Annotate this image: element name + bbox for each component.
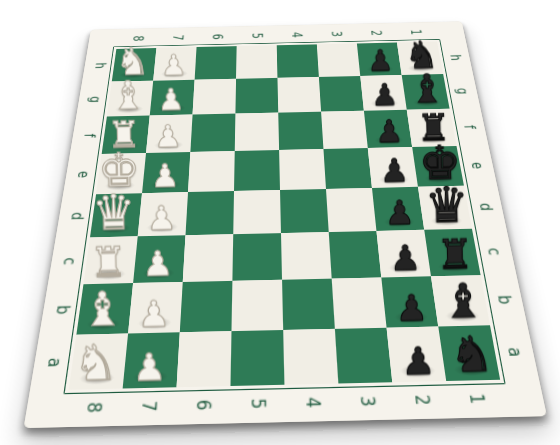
square-d5[interactable] xyxy=(233,190,281,234)
label-text: g xyxy=(87,96,102,103)
label-text: b xyxy=(53,305,71,315)
square-g6[interactable] xyxy=(193,79,236,115)
square-b1[interactable]: ♝ xyxy=(431,275,490,326)
label-text: c xyxy=(61,257,78,265)
piece-white-rook[interactable]: ♜ xyxy=(83,241,133,283)
square-e5[interactable] xyxy=(234,150,280,191)
label-text: 3 xyxy=(329,31,342,37)
piece-black-pawn[interactable]: ♟ xyxy=(391,342,446,381)
square-b4[interactable] xyxy=(282,279,335,331)
label-text: 2 xyxy=(412,394,431,405)
square-c4[interactable] xyxy=(281,232,332,280)
label-text: g xyxy=(454,87,469,94)
chess-mat: 87654321 87654321 hgfedcba hgfedcba ♞♟♟♞… xyxy=(24,21,547,428)
label-text: 2 xyxy=(369,30,383,36)
piece-white-queen[interactable]: ♛ xyxy=(90,187,139,237)
square-c5[interactable] xyxy=(232,233,282,281)
chess-board-grid: ♞♟♟♞♝♟♟♝♜♟♟♜♚♟♟♚♛♟♟♛♜♟♟♜♝♟♟♝♞♟♟♞ xyxy=(69,42,500,390)
square-h4[interactable] xyxy=(277,44,319,77)
label-text: 7 xyxy=(171,35,184,41)
board-frame: ♞♟♟♞♝♟♟♝♜♟♟♜♚♟♟♚♛♟♟♛♜♟♟♜♝♟♟♝♞♟♟♞ xyxy=(63,39,505,394)
label-text: f xyxy=(81,133,96,137)
square-f7[interactable]: ♟ xyxy=(146,115,193,153)
piece-black-bishop[interactable]: ♝ xyxy=(405,69,449,109)
square-h6[interactable] xyxy=(195,46,237,80)
square-g3[interactable] xyxy=(319,76,364,112)
rank-label-1-bottom: 1 xyxy=(446,380,507,418)
square-c3[interactable] xyxy=(329,231,382,279)
piece-white-pawn[interactable]: ♟ xyxy=(149,84,192,115)
square-e2[interactable]: ♟ xyxy=(368,147,418,188)
square-b8[interactable]: ♝ xyxy=(76,283,133,335)
square-d8[interactable]: ♛ xyxy=(90,193,142,237)
label-text: d xyxy=(476,202,493,210)
label-text: 5 xyxy=(250,33,263,39)
label-text: d xyxy=(68,212,85,220)
square-g4[interactable] xyxy=(277,77,321,113)
piece-black-queen[interactable]: ♛ xyxy=(423,179,472,229)
label-text: c xyxy=(485,247,502,255)
square-b5[interactable] xyxy=(231,280,283,332)
piece-black-pawn[interactable]: ♟ xyxy=(375,196,423,230)
piece-white-bishop[interactable]: ♝ xyxy=(107,76,151,116)
square-c7[interactable]: ♟ xyxy=(133,235,185,283)
label-text: 3 xyxy=(358,396,377,407)
label-text: 6 xyxy=(210,34,223,40)
rank-label-3-bottom: 3 xyxy=(338,382,396,420)
square-f2[interactable]: ♟ xyxy=(364,110,412,148)
piece-white-knight[interactable]: ♞ xyxy=(68,338,123,388)
piece-white-pawn[interactable]: ♟ xyxy=(122,348,177,387)
piece-black-rook[interactable]: ♜ xyxy=(430,233,480,275)
label-text: e xyxy=(75,170,91,177)
square-b2[interactable]: ♟ xyxy=(381,276,438,327)
square-a6[interactable] xyxy=(177,331,232,387)
square-f6[interactable] xyxy=(190,114,235,152)
square-h5[interactable] xyxy=(236,45,277,79)
square-d4[interactable] xyxy=(280,189,329,233)
label-text: 1 xyxy=(466,393,486,404)
label-text: 4 xyxy=(303,397,321,408)
piece-white-pawn[interactable]: ♟ xyxy=(142,159,189,192)
piece-black-pawn[interactable]: ♟ xyxy=(367,115,412,147)
square-a5[interactable] xyxy=(230,330,284,386)
square-g5[interactable] xyxy=(235,78,278,114)
rank-label-7-bottom: 7 xyxy=(119,387,177,426)
square-a4[interactable] xyxy=(283,329,338,385)
square-e6[interactable] xyxy=(188,151,235,192)
label-text: f xyxy=(461,125,476,129)
rank-label-5-bottom: 5 xyxy=(230,385,285,424)
square-h2[interactable]: ♟ xyxy=(357,43,402,76)
rank-label-2-bottom: 2 xyxy=(392,381,451,419)
rank-label-8-bottom: 8 xyxy=(63,388,122,427)
square-c8[interactable]: ♜ xyxy=(83,236,137,284)
piece-black-pawn[interactable]: ♟ xyxy=(380,241,430,277)
piece-black-pawn[interactable]: ♟ xyxy=(371,154,418,187)
label-text: 8 xyxy=(84,402,103,413)
piece-white-pawn[interactable]: ♟ xyxy=(128,295,180,332)
piece-black-bishop[interactable]: ♝ xyxy=(437,277,490,325)
square-a7[interactable]: ♟ xyxy=(123,332,180,388)
square-c6[interactable] xyxy=(183,234,233,282)
label-text: 6 xyxy=(194,399,212,410)
piece-white-pawn[interactable]: ♟ xyxy=(146,120,191,152)
square-b3[interactable] xyxy=(332,277,387,328)
piece-white-pawn[interactable]: ♟ xyxy=(137,201,185,235)
square-e4[interactable] xyxy=(279,149,326,190)
piece-white-bishop[interactable]: ♝ xyxy=(76,285,129,333)
label-text: h xyxy=(447,54,461,60)
square-f5[interactable] xyxy=(235,113,279,151)
label-text: h xyxy=(92,62,106,68)
square-a3[interactable] xyxy=(335,328,392,384)
square-d1[interactable]: ♛ xyxy=(418,186,472,230)
label-text: 5 xyxy=(249,398,267,409)
label-text: b xyxy=(494,295,512,305)
square-e3[interactable] xyxy=(323,148,372,189)
square-e7[interactable]: ♟ xyxy=(142,152,190,193)
rank-label-4-bottom: 4 xyxy=(284,384,340,422)
square-a1[interactable]: ♞ xyxy=(438,325,500,381)
square-f3[interactable] xyxy=(321,111,368,149)
piece-white-pawn[interactable]: ♟ xyxy=(133,246,183,282)
square-f4[interactable] xyxy=(278,112,323,150)
label-text: 4 xyxy=(290,32,303,38)
square-a2[interactable]: ♟ xyxy=(387,327,447,383)
rank-label-6-bottom: 6 xyxy=(174,386,230,425)
square-d3[interactable] xyxy=(326,188,376,232)
square-b7[interactable]: ♟ xyxy=(128,282,183,334)
square-g7[interactable]: ♟ xyxy=(150,80,195,116)
piece-black-pawn[interactable]: ♟ xyxy=(385,289,437,326)
piece-black-knight[interactable]: ♞ xyxy=(444,329,499,379)
square-d6[interactable] xyxy=(185,191,234,235)
label-text: e xyxy=(468,161,484,168)
square-g8[interactable]: ♝ xyxy=(107,81,153,117)
square-c2[interactable]: ♟ xyxy=(376,230,430,278)
label-text: a xyxy=(44,357,63,367)
square-g2[interactable]: ♟ xyxy=(360,75,406,111)
square-h3[interactable] xyxy=(317,43,360,76)
square-d7[interactable]: ♟ xyxy=(138,192,188,236)
label-text: 1 xyxy=(408,29,422,35)
label-text: 7 xyxy=(139,401,158,412)
piece-white-pawn[interactable]: ♟ xyxy=(153,50,195,80)
piece-black-pawn[interactable]: ♟ xyxy=(359,46,401,76)
square-b6[interactable] xyxy=(180,281,233,333)
chess-board-photo: 87654321 87654321 hgfedcba hgfedcba ♞♟♟♞… xyxy=(0,0,560,445)
square-h7[interactable]: ♟ xyxy=(153,47,196,81)
label-text: 8 xyxy=(131,36,145,42)
piece-black-pawn[interactable]: ♟ xyxy=(363,79,406,110)
square-c1[interactable]: ♜ xyxy=(424,229,480,276)
square-a8[interactable]: ♞ xyxy=(69,334,128,390)
board-scene: 87654321 87654321 hgfedcba hgfedcba ♞♟♟♞… xyxy=(58,0,503,436)
label-text: a xyxy=(504,347,523,357)
square-d2[interactable]: ♟ xyxy=(372,187,424,231)
square-g1[interactable]: ♝ xyxy=(402,74,450,110)
